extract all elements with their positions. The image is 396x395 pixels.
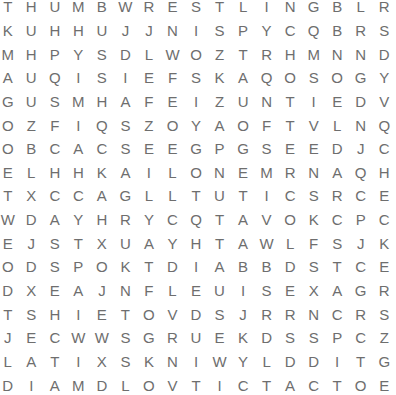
grid-cell-r2-c11[interactable]: P (231, 19, 255, 43)
grid-cell-r1-c9[interactable]: S (184, 0, 208, 19)
grid-cell-r2-c3[interactable]: H (43, 19, 67, 43)
grid-cell-r5-c13[interactable]: T (278, 90, 302, 114)
grid-cell-r2-c17[interactable]: S (372, 19, 396, 43)
grid-cell-r11-c15[interactable]: S (325, 231, 349, 255)
grid-cell-r9-c11[interactable]: T (231, 184, 255, 208)
grid-cell-r14-c16[interactable]: R (349, 302, 373, 326)
grid-cell-r5-c9[interactable]: I (184, 90, 208, 114)
grid-cell-r13-c6[interactable]: N (114, 279, 138, 303)
grid-cell-r14-c5[interactable]: E (90, 302, 114, 326)
grid-cell-r6-c16[interactable]: N (349, 113, 373, 137)
grid-cell-r17-c13[interactable]: A (278, 373, 302, 395)
grid-cell-r12-c3[interactable]: S (43, 255, 67, 279)
grid-cell-r3-c6[interactable]: D (114, 42, 138, 66)
grid-cell-r14-c12[interactable]: R (255, 302, 279, 326)
grid-cell-r15-c2[interactable]: E (20, 326, 44, 350)
grid-cell-r10-c14[interactable]: K (302, 208, 326, 232)
grid-cell-r2-c12[interactable]: Y (255, 19, 279, 43)
grid-cell-r15-c15[interactable]: P (325, 326, 349, 350)
grid-cell-r16-c6[interactable]: S (114, 350, 138, 374)
grid-cell-r5-c6[interactable]: A (114, 90, 138, 114)
grid-cell-r12-c11[interactable]: B (231, 255, 255, 279)
grid-cell-r16-c4[interactable]: I (67, 350, 91, 374)
grid-cell-r3-c10[interactable]: Z (208, 42, 232, 66)
grid-cell-r8-c1[interactable]: E (0, 161, 20, 185)
grid-cell-r3-c7[interactable]: L (137, 42, 161, 66)
grid-cell-r13-c3[interactable]: E (43, 279, 67, 303)
grid-cell-r17-c1[interactable]: D (0, 373, 20, 395)
grid-cell-r5-c15[interactable]: E (325, 90, 349, 114)
word-search-puzzle-page: THUMBWRESTLINGBLRKUHHUJJNISPYCQBRSMHPYSD… (0, 0, 396, 395)
grid-cell-r10-c9[interactable]: Q (184, 208, 208, 232)
grid-cell-r7-c11[interactable]: G (231, 137, 255, 161)
grid-cell-r15-c13[interactable]: S (278, 326, 302, 350)
grid-cell-r5-c4[interactable]: M (67, 90, 91, 114)
grid-cell-r6-c9[interactable]: Y (184, 113, 208, 137)
grid-cell-r1-c3[interactable]: U (43, 0, 67, 19)
grid-cell-r17-c15[interactable]: T (325, 373, 349, 395)
grid-cell-r11-c9[interactable]: H (184, 231, 208, 255)
grid-cell-r4-c7[interactable]: E (137, 66, 161, 90)
grid-cell-r10-c6[interactable]: R (114, 208, 138, 232)
grid-cell-r12-c5[interactable]: O (90, 255, 114, 279)
grid-cell-r11-c4[interactable]: T (67, 231, 91, 255)
grid-cell-r11-c17[interactable]: K (372, 231, 396, 255)
grid-cell-r9-c1[interactable]: T (0, 184, 20, 208)
grid-cell-r14-c9[interactable]: D (184, 302, 208, 326)
grid-cell-r8-c16[interactable]: Q (349, 161, 373, 185)
grid-cell-r13-c10[interactable]: U (208, 279, 232, 303)
grid-cell-r7-c14[interactable]: E (302, 137, 326, 161)
grid-cell-r10-c5[interactable]: H (90, 208, 114, 232)
grid-cell-r11-c6[interactable]: U (114, 231, 138, 255)
grid-cell-r7-c1[interactable]: O (0, 137, 20, 161)
grid-cell-r4-c3[interactable]: Q (43, 66, 67, 90)
grid-cell-r5-c1[interactable]: G (0, 90, 20, 114)
grid-cell-r11-c16[interactable]: J (349, 231, 373, 255)
grid-cell-r8-c17[interactable]: H (372, 161, 396, 185)
grid-cell-r13-c11[interactable]: I (231, 279, 255, 303)
grid-cell-r2-c6[interactable]: J (114, 19, 138, 43)
grid-cell-r10-c8[interactable]: C (161, 208, 185, 232)
grid-cell-r16-c9[interactable]: I (184, 350, 208, 374)
grid-cell-r8-c3[interactable]: H (43, 161, 67, 185)
grid-cell-r1-c11[interactable]: L (231, 0, 255, 19)
grid-cell-r3-c8[interactable]: W (161, 42, 185, 66)
grid-cell-r12-c6[interactable]: K (114, 255, 138, 279)
grid-cell-r6-c6[interactable]: S (114, 113, 138, 137)
grid-cell-r9-c7[interactable]: L (137, 184, 161, 208)
grid-cell-r17-c9[interactable]: T (184, 373, 208, 395)
grid-cell-r16-c3[interactable]: T (43, 350, 67, 374)
grid-cell-r10-c16[interactable]: P (349, 208, 373, 232)
grid-cell-r11-c7[interactable]: A (137, 231, 161, 255)
grid-cell-r6-c7[interactable]: Z (137, 113, 161, 137)
grid-cell-r5-c5[interactable]: H (90, 90, 114, 114)
grid-cell-r13-c12[interactable]: S (255, 279, 279, 303)
grid-cell-r2-c16[interactable]: R (349, 19, 373, 43)
grid-cell-r8-c7[interactable]: I (137, 161, 161, 185)
grid-cell-r1-c5[interactable]: B (90, 0, 114, 19)
grid-cell-r1-c10[interactable]: T (208, 0, 232, 19)
grid-cell-r15-c1[interactable]: J (0, 326, 20, 350)
grid-cell-r7-c12[interactable]: S (255, 137, 279, 161)
grid-cell-r14-c11[interactable]: J (231, 302, 255, 326)
grid-cell-r7-c10[interactable]: P (208, 137, 232, 161)
grid-cell-r3-c13[interactable]: H (278, 42, 302, 66)
grid-cell-r10-c13[interactable]: O (278, 208, 302, 232)
grid-cell-r16-c2[interactable]: A (20, 350, 44, 374)
grid-cell-r6-c10[interactable]: A (208, 113, 232, 137)
grid-cell-r8-c11[interactable]: E (231, 161, 255, 185)
grid-cell-r11-c8[interactable]: Y (161, 231, 185, 255)
grid-cell-r5-c8[interactable]: E (161, 90, 185, 114)
grid-cell-r8-c10[interactable]: N (208, 161, 232, 185)
grid-cell-r17-c16[interactable]: O (349, 373, 373, 395)
grid-cell-r2-c10[interactable]: S (208, 19, 232, 43)
grid-cell-r4-c4[interactable]: I (67, 66, 91, 90)
grid-cell-r8-c15[interactable]: A (325, 161, 349, 185)
grid-cell-r13-c4[interactable]: A (67, 279, 91, 303)
grid-cell-r5-c12[interactable]: N (255, 90, 279, 114)
grid-cell-r5-c10[interactable]: Z (208, 90, 232, 114)
grid-cell-r12-c17[interactable]: E (372, 255, 396, 279)
grid-cell-r7-c2[interactable]: B (20, 137, 44, 161)
grid-cell-r7-c7[interactable]: E (137, 137, 161, 161)
grid-cell-r17-c11[interactable]: C (231, 373, 255, 395)
grid-cell-r8-c6[interactable]: A (114, 161, 138, 185)
grid-cell-r16-c14[interactable]: D (302, 350, 326, 374)
grid-cell-r8-c2[interactable]: L (20, 161, 44, 185)
grid-cell-r12-c4[interactable]: P (67, 255, 91, 279)
grid-cell-r11-c13[interactable]: L (278, 231, 302, 255)
grid-cell-r4-c11[interactable]: A (231, 66, 255, 90)
grid-cell-r9-c17[interactable]: E (372, 184, 396, 208)
grid-cell-r16-c16[interactable]: T (349, 350, 373, 374)
grid-cell-r17-c10[interactable]: I (208, 373, 232, 395)
grid-cell-r6-c1[interactable]: O (0, 113, 20, 137)
grid-cell-r4-c17[interactable]: Y (372, 66, 396, 90)
grid-cell-r16-c8[interactable]: N (161, 350, 185, 374)
grid-cell-r3-c4[interactable]: Y (67, 42, 91, 66)
grid-cell-r2-c13[interactable]: C (278, 19, 302, 43)
grid-cell-r17-c12[interactable]: T (255, 373, 279, 395)
grid-cell-r12-c15[interactable]: T (325, 255, 349, 279)
grid-cell-r13-c8[interactable]: L (161, 279, 185, 303)
grid-cell-r2-c4[interactable]: H (67, 19, 91, 43)
grid-cell-r16-c11[interactable]: Y (231, 350, 255, 374)
grid-cell-r7-c3[interactable]: C (43, 137, 67, 161)
grid-cell-r8-c12[interactable]: M (255, 161, 279, 185)
grid-cell-r11-c14[interactable]: F (302, 231, 326, 255)
grid-cell-r7-c9[interactable]: G (184, 137, 208, 161)
grid-cell-r13-c15[interactable]: A (325, 279, 349, 303)
grid-cell-r11-c1[interactable]: E (0, 231, 20, 255)
grid-cell-r15-c7[interactable]: G (137, 326, 161, 350)
grid-cell-r3-c3[interactable]: P (43, 42, 67, 66)
grid-cell-r16-c15[interactable]: I (325, 350, 349, 374)
grid-cell-r17-c2[interactable]: I (20, 373, 44, 395)
word-search-grid: THUMBWRESTLINGBLRKUHHUJJNISPYCQBRSMHPYSD… (0, 0, 396, 395)
grid-cell-r17-c3[interactable]: A (43, 373, 67, 395)
grid-cell-r12-c12[interactable]: B (255, 255, 279, 279)
grid-cell-r6-c14[interactable]: V (302, 113, 326, 137)
grid-cell-r4-c12[interactable]: Q (255, 66, 279, 90)
grid-cell-r13-c2[interactable]: X (20, 279, 44, 303)
grid-cell-r17-c6[interactable]: L (114, 373, 138, 395)
grid-cell-r15-c10[interactable]: E (208, 326, 232, 350)
grid-cell-r13-c5[interactable]: J (90, 279, 114, 303)
grid-cell-r12-c14[interactable]: S (302, 255, 326, 279)
grid-cell-r7-c5[interactable]: C (90, 137, 114, 161)
grid-cell-r5-c14[interactable]: I (302, 90, 326, 114)
grid-cell-r13-c9[interactable]: E (184, 279, 208, 303)
grid-cell-r9-c10[interactable]: U (208, 184, 232, 208)
grid-cell-r6-c3[interactable]: F (43, 113, 67, 137)
grid-cell-r3-c16[interactable]: N (349, 42, 373, 66)
grid-cell-r8-c5[interactable]: K (90, 161, 114, 185)
grid-cell-r10-c7[interactable]: Y (137, 208, 161, 232)
grid-cell-r10-c1[interactable]: W (0, 208, 20, 232)
grid-cell-r13-c1[interactable]: D (0, 279, 20, 303)
grid-cell-r12-c13[interactable]: D (278, 255, 302, 279)
grid-cell-r11-c12[interactable]: W (255, 231, 279, 255)
grid-cell-r4-c6[interactable]: I (114, 66, 138, 90)
grid-cell-r12-c16[interactable]: C (349, 255, 373, 279)
grid-cell-r3-c15[interactable]: N (325, 42, 349, 66)
grid-cell-r11-c10[interactable]: T (208, 231, 232, 255)
grid-cell-r3-c2[interactable]: H (20, 42, 44, 66)
grid-cell-r9-c2[interactable]: X (20, 184, 44, 208)
grid-cell-r15-c16[interactable]: C (349, 326, 373, 350)
grid-cell-r2-c1[interactable]: K (0, 19, 20, 43)
grid-cell-r1-c2[interactable]: H (20, 0, 44, 19)
grid-cell-r9-c12[interactable]: I (255, 184, 279, 208)
grid-cell-r6-c11[interactable]: O (231, 113, 255, 137)
grid-cell-r5-c17[interactable]: V (372, 90, 396, 114)
grid-cell-r4-c14[interactable]: S (302, 66, 326, 90)
grid-cell-r6-c4[interactable]: I (67, 113, 91, 137)
grid-cell-r16-c10[interactable]: W (208, 350, 232, 374)
grid-cell-r9-c8[interactable]: L (161, 184, 185, 208)
grid-cell-r1-c7[interactable]: R (137, 0, 161, 19)
grid-cell-r14-c2[interactable]: S (20, 302, 44, 326)
grid-cell-r7-c15[interactable]: D (325, 137, 349, 161)
grid-cell-r16-c1[interactable]: L (0, 350, 20, 374)
grid-cell-r15-c6[interactable]: S (114, 326, 138, 350)
grid-cell-r2-c8[interactable]: N (161, 19, 185, 43)
grid-cell-r7-c8[interactable]: E (161, 137, 185, 161)
grid-cell-r16-c7[interactable]: K (137, 350, 161, 374)
grid-cell-r14-c1[interactable]: T (0, 302, 20, 326)
grid-cell-r1-c6[interactable]: W (114, 0, 138, 19)
grid-cell-r17-c7[interactable]: O (137, 373, 161, 395)
grid-cell-r6-c17[interactable]: Q (372, 113, 396, 137)
grid-cell-r4-c9[interactable]: S (184, 66, 208, 90)
grid-cell-r4-c8[interactable]: F (161, 66, 185, 90)
grid-cell-r17-c14[interactable]: C (302, 373, 326, 395)
grid-cell-r12-c8[interactable]: D (161, 255, 185, 279)
grid-cell-r7-c13[interactable]: E (278, 137, 302, 161)
grid-cell-r10-c10[interactable]: T (208, 208, 232, 232)
grid-cell-r13-c16[interactable]: G (349, 279, 373, 303)
grid-cell-r17-c5[interactable]: D (90, 373, 114, 395)
grid-cell-r9-c9[interactable]: T (184, 184, 208, 208)
grid-cell-r16-c17[interactable]: G (372, 350, 396, 374)
grid-cell-r6-c5[interactable]: Q (90, 113, 114, 137)
grid-cell-r6-c2[interactable]: Z (20, 113, 44, 137)
grid-cell-r14-c14[interactable]: N (302, 302, 326, 326)
grid-cell-r12-c7[interactable]: T (137, 255, 161, 279)
grid-cell-r15-c17[interactable]: Z (372, 326, 396, 350)
grid-cell-r10-c2[interactable]: D (20, 208, 44, 232)
grid-cell-r15-c5[interactable]: W (90, 326, 114, 350)
grid-cell-r17-c4[interactable]: M (67, 373, 91, 395)
grid-cell-r15-c14[interactable]: S (302, 326, 326, 350)
grid-cell-r14-c6[interactable]: T (114, 302, 138, 326)
grid-cell-r2-c2[interactable]: U (20, 19, 44, 43)
grid-cell-r15-c4[interactable]: W (67, 326, 91, 350)
grid-cell-r10-c3[interactable]: A (43, 208, 67, 232)
grid-cell-r15-c8[interactable]: R (161, 326, 185, 350)
grid-cell-r4-c16[interactable]: G (349, 66, 373, 90)
grid-cell-r2-c5[interactable]: U (90, 19, 114, 43)
grid-cell-r11-c5[interactable]: X (90, 231, 114, 255)
grid-cell-r8-c13[interactable]: R (278, 161, 302, 185)
grid-cell-r9-c15[interactable]: R (325, 184, 349, 208)
grid-cell-r13-c7[interactable]: F (137, 279, 161, 303)
grid-cell-r11-c11[interactable]: A (231, 231, 255, 255)
grid-cell-r14-c10[interactable]: S (208, 302, 232, 326)
grid-cell-r16-c13[interactable]: D (278, 350, 302, 374)
grid-cell-r12-c9[interactable]: I (184, 255, 208, 279)
grid-cell-r1-c17[interactable]: R (372, 0, 396, 19)
grid-cell-r2-c14[interactable]: Q (302, 19, 326, 43)
grid-cell-r17-c8[interactable]: V (161, 373, 185, 395)
grid-cell-r1-c16[interactable]: L (349, 0, 373, 19)
grid-cell-r5-c11[interactable]: U (231, 90, 255, 114)
grid-cell-r8-c14[interactable]: N (302, 161, 326, 185)
grid-cell-r3-c17[interactable]: D (372, 42, 396, 66)
grid-cell-r11-c3[interactable]: S (43, 231, 67, 255)
grid-cell-r12-c10[interactable]: A (208, 255, 232, 279)
grid-cell-r6-c8[interactable]: O (161, 113, 185, 137)
grid-cell-r10-c15[interactable]: C (325, 208, 349, 232)
grid-cell-r4-c1[interactable]: A (0, 66, 20, 90)
grid-cell-r8-c4[interactable]: H (67, 161, 91, 185)
grid-cell-r9-c5[interactable]: A (90, 184, 114, 208)
grid-cell-r14-c8[interactable]: V (161, 302, 185, 326)
grid-cell-r13-c17[interactable]: R (372, 279, 396, 303)
grid-cell-r15-c9[interactable]: U (184, 326, 208, 350)
grid-cell-r16-c5[interactable]: X (90, 350, 114, 374)
grid-cell-r3-c9[interactable]: O (184, 42, 208, 66)
grid-cell-r7-c17[interactable]: C (372, 137, 396, 161)
grid-cell-r11-c2[interactable]: J (20, 231, 44, 255)
grid-cell-r14-c3[interactable]: H (43, 302, 67, 326)
grid-cell-r14-c13[interactable]: R (278, 302, 302, 326)
grid-cell-r5-c2[interactable]: U (20, 90, 44, 114)
grid-cell-r4-c10[interactable]: K (208, 66, 232, 90)
grid-cell-r5-c3[interactable]: S (43, 90, 67, 114)
grid-cell-r7-c16[interactable]: J (349, 137, 373, 161)
grid-cell-r1-c4[interactable]: M (67, 0, 91, 19)
grid-cell-r3-c11[interactable]: T (231, 42, 255, 66)
grid-cell-r5-c7[interactable]: F (137, 90, 161, 114)
grid-cell-r12-c1[interactable]: O (0, 255, 20, 279)
grid-cell-r17-c17[interactable]: E (372, 373, 396, 395)
grid-cell-r2-c9[interactable]: I (184, 19, 208, 43)
grid-cell-r10-c4[interactable]: Y (67, 208, 91, 232)
grid-cell-r4-c5[interactable]: S (90, 66, 114, 90)
grid-cell-r4-c13[interactable]: O (278, 66, 302, 90)
grid-cell-r1-c12[interactable]: I (255, 0, 279, 19)
grid-cell-r15-c11[interactable]: K (231, 326, 255, 350)
grid-cell-r1-c14[interactable]: G (302, 0, 326, 19)
grid-cell-r5-c16[interactable]: D (349, 90, 373, 114)
grid-cell-r10-c17[interactable]: C (372, 208, 396, 232)
grid-cell-r6-c13[interactable]: T (278, 113, 302, 137)
grid-cell-r14-c4[interactable]: I (67, 302, 91, 326)
grid-cell-r6-c15[interactable]: L (325, 113, 349, 137)
grid-cell-r13-c13[interactable]: E (278, 279, 302, 303)
grid-cell-r2-c7[interactable]: J (137, 19, 161, 43)
grid-cell-r10-c11[interactable]: A (231, 208, 255, 232)
grid-cell-r8-c8[interactable]: L (161, 161, 185, 185)
grid-cell-r12-c2[interactable]: D (20, 255, 44, 279)
grid-cell-r15-c12[interactable]: D (255, 326, 279, 350)
grid-cell-r4-c15[interactable]: O (325, 66, 349, 90)
grid-cell-r14-c15[interactable]: C (325, 302, 349, 326)
grid-cell-r6-c12[interactable]: F (255, 113, 279, 137)
grid-cell-r15-c3[interactable]: C (43, 326, 67, 350)
grid-cell-r1-c13[interactable]: N (278, 0, 302, 19)
grid-cell-r14-c17[interactable]: S (372, 302, 396, 326)
grid-cell-r1-c15[interactable]: B (325, 0, 349, 19)
grid-cell-r9-c4[interactable]: C (67, 184, 91, 208)
grid-cell-r3-c1[interactable]: M (0, 42, 20, 66)
grid-cell-r14-c7[interactable]: O (137, 302, 161, 326)
grid-cell-r9-c13[interactable]: C (278, 184, 302, 208)
grid-cell-r9-c3[interactable]: C (43, 184, 67, 208)
grid-cell-r8-c9[interactable]: O (184, 161, 208, 185)
grid-cell-r3-c5[interactable]: S (90, 42, 114, 66)
grid-cell-r1-c8[interactable]: E (161, 0, 185, 19)
grid-cell-r16-c12[interactable]: L (255, 350, 279, 374)
grid-cell-r3-c14[interactable]: M (302, 42, 326, 66)
grid-cell-r10-c12[interactable]: V (255, 208, 279, 232)
grid-cell-r9-c14[interactable]: S (302, 184, 326, 208)
grid-cell-r7-c6[interactable]: S (114, 137, 138, 161)
grid-cell-r3-c12[interactable]: R (255, 42, 279, 66)
grid-cell-r9-c16[interactable]: C (349, 184, 373, 208)
grid-cell-r4-c2[interactable]: U (20, 66, 44, 90)
grid-cell-r7-c4[interactable]: A (67, 137, 91, 161)
grid-cell-r9-c6[interactable]: G (114, 184, 138, 208)
grid-cell-r1-c1[interactable]: T (0, 0, 20, 19)
grid-cell-r13-c14[interactable]: X (302, 279, 326, 303)
grid-cell-r2-c15[interactable]: B (325, 19, 349, 43)
